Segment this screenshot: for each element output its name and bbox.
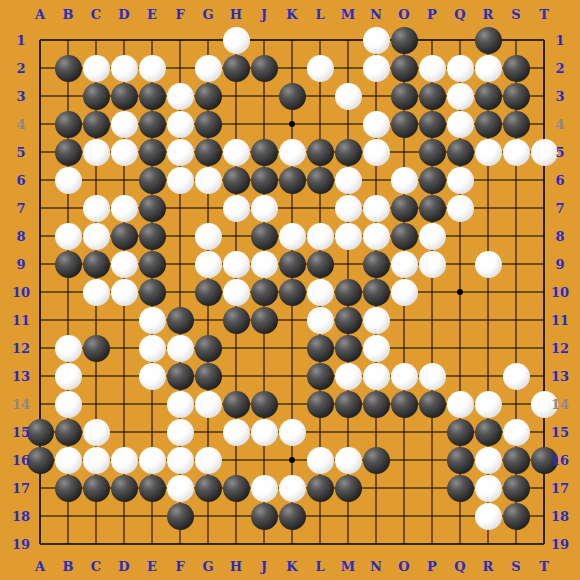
intersection-K11[interactable] xyxy=(278,306,306,334)
intersection-D4[interactable] xyxy=(110,110,138,138)
intersection-R17[interactable] xyxy=(474,474,502,502)
intersection-L8[interactable] xyxy=(306,222,334,250)
intersection-B16[interactable] xyxy=(54,446,82,474)
intersection-B9[interactable] xyxy=(54,250,82,278)
intersection-L5[interactable] xyxy=(306,138,334,166)
intersection-M3[interactable] xyxy=(334,82,362,110)
intersection-K19[interactable] xyxy=(278,530,306,558)
intersection-S16[interactable] xyxy=(502,446,530,474)
intersection-H7[interactable] xyxy=(222,194,250,222)
intersection-J10[interactable] xyxy=(250,278,278,306)
intersection-H15[interactable] xyxy=(222,418,250,446)
intersection-R18[interactable] xyxy=(474,502,502,530)
intersection-R6[interactable] xyxy=(474,166,502,194)
intersection-F7[interactable] xyxy=(166,194,194,222)
intersection-C4[interactable] xyxy=(82,110,110,138)
intersection-M12[interactable] xyxy=(334,334,362,362)
intersection-N12[interactable] xyxy=(362,334,390,362)
intersection-R2[interactable] xyxy=(474,54,502,82)
intersection-G2[interactable] xyxy=(194,54,222,82)
intersection-N1[interactable] xyxy=(362,26,390,54)
intersection-T5[interactable] xyxy=(530,138,558,166)
intersection-F8[interactable] xyxy=(166,222,194,250)
intersection-Q2[interactable] xyxy=(446,54,474,82)
intersection-A4[interactable] xyxy=(26,110,54,138)
intersection-L4[interactable] xyxy=(306,110,334,138)
intersection-E14[interactable] xyxy=(138,390,166,418)
intersection-E16[interactable] xyxy=(138,446,166,474)
intersection-S14[interactable] xyxy=(502,390,530,418)
intersection-T1[interactable] xyxy=(530,26,558,54)
intersection-Q6[interactable] xyxy=(446,166,474,194)
intersection-A8[interactable] xyxy=(26,222,54,250)
intersection-E8[interactable] xyxy=(138,222,166,250)
intersection-Q12[interactable] xyxy=(446,334,474,362)
intersection-O7[interactable] xyxy=(390,194,418,222)
intersection-S8[interactable] xyxy=(502,222,530,250)
intersection-R9[interactable] xyxy=(474,250,502,278)
intersection-B8[interactable] xyxy=(54,222,82,250)
intersection-D14[interactable] xyxy=(110,390,138,418)
intersection-B1[interactable] xyxy=(54,26,82,54)
intersection-P16[interactable] xyxy=(418,446,446,474)
intersection-G5[interactable] xyxy=(194,138,222,166)
intersection-P17[interactable] xyxy=(418,474,446,502)
intersection-M10[interactable] xyxy=(334,278,362,306)
intersection-D13[interactable] xyxy=(110,362,138,390)
intersection-S3[interactable] xyxy=(502,82,530,110)
intersection-K2[interactable] xyxy=(278,54,306,82)
intersection-C8[interactable] xyxy=(82,222,110,250)
intersection-J17[interactable] xyxy=(250,474,278,502)
intersection-R11[interactable] xyxy=(474,306,502,334)
intersection-K6[interactable] xyxy=(278,166,306,194)
intersection-N17[interactable] xyxy=(362,474,390,502)
intersection-N13[interactable] xyxy=(362,362,390,390)
intersection-M14[interactable] xyxy=(334,390,362,418)
intersection-K9[interactable] xyxy=(278,250,306,278)
intersection-K5[interactable] xyxy=(278,138,306,166)
intersection-F3[interactable] xyxy=(166,82,194,110)
intersection-O16[interactable] xyxy=(390,446,418,474)
intersection-A7[interactable] xyxy=(26,194,54,222)
intersection-G6[interactable] xyxy=(194,166,222,194)
intersection-A6[interactable] xyxy=(26,166,54,194)
intersection-O12[interactable] xyxy=(390,334,418,362)
intersection-H1[interactable] xyxy=(222,26,250,54)
intersection-P15[interactable] xyxy=(418,418,446,446)
intersection-H2[interactable] xyxy=(222,54,250,82)
intersection-K15[interactable] xyxy=(278,418,306,446)
intersection-Q18[interactable] xyxy=(446,502,474,530)
intersection-T8[interactable] xyxy=(530,222,558,250)
intersection-C5[interactable] xyxy=(82,138,110,166)
intersection-H19[interactable] xyxy=(222,530,250,558)
intersection-S7[interactable] xyxy=(502,194,530,222)
intersection-S11[interactable] xyxy=(502,306,530,334)
intersection-O13[interactable] xyxy=(390,362,418,390)
intersection-L6[interactable] xyxy=(306,166,334,194)
intersection-G13[interactable] xyxy=(194,362,222,390)
intersection-L17[interactable] xyxy=(306,474,334,502)
intersection-P7[interactable] xyxy=(418,194,446,222)
intersection-J16[interactable] xyxy=(250,446,278,474)
intersection-F16[interactable] xyxy=(166,446,194,474)
intersection-P1[interactable] xyxy=(418,26,446,54)
intersection-R3[interactable] xyxy=(474,82,502,110)
intersection-Q7[interactable] xyxy=(446,194,474,222)
intersection-P13[interactable] xyxy=(418,362,446,390)
intersection-H6[interactable] xyxy=(222,166,250,194)
intersection-S10[interactable] xyxy=(502,278,530,306)
intersection-F12[interactable] xyxy=(166,334,194,362)
intersection-K16[interactable] xyxy=(278,446,306,474)
intersection-O10[interactable] xyxy=(390,278,418,306)
intersection-D7[interactable] xyxy=(110,194,138,222)
intersection-J1[interactable] xyxy=(250,26,278,54)
intersection-O8[interactable] xyxy=(390,222,418,250)
intersection-D12[interactable] xyxy=(110,334,138,362)
intersection-J13[interactable] xyxy=(250,362,278,390)
intersection-N2[interactable] xyxy=(362,54,390,82)
intersection-A9[interactable] xyxy=(26,250,54,278)
intersection-C14[interactable] xyxy=(82,390,110,418)
intersection-D16[interactable] xyxy=(110,446,138,474)
intersection-C11[interactable] xyxy=(82,306,110,334)
intersection-S15[interactable] xyxy=(502,418,530,446)
intersection-L13[interactable] xyxy=(306,362,334,390)
intersection-O6[interactable] xyxy=(390,166,418,194)
intersection-C16[interactable] xyxy=(82,446,110,474)
intersection-R5[interactable] xyxy=(474,138,502,166)
intersection-S19[interactable] xyxy=(502,530,530,558)
intersection-E19[interactable] xyxy=(138,530,166,558)
intersection-K4[interactable] xyxy=(278,110,306,138)
intersection-H4[interactable] xyxy=(222,110,250,138)
intersection-L12[interactable] xyxy=(306,334,334,362)
intersection-F10[interactable] xyxy=(166,278,194,306)
intersection-J14[interactable] xyxy=(250,390,278,418)
intersection-S12[interactable] xyxy=(502,334,530,362)
intersection-Q9[interactable] xyxy=(446,250,474,278)
intersection-E6[interactable] xyxy=(138,166,166,194)
intersection-H14[interactable] xyxy=(222,390,250,418)
intersection-G16[interactable] xyxy=(194,446,222,474)
intersection-J9[interactable] xyxy=(250,250,278,278)
intersection-A18[interactable] xyxy=(26,502,54,530)
intersection-E5[interactable] xyxy=(138,138,166,166)
intersection-N9[interactable] xyxy=(362,250,390,278)
intersection-A2[interactable] xyxy=(26,54,54,82)
intersection-C6[interactable] xyxy=(82,166,110,194)
intersection-P6[interactable] xyxy=(418,166,446,194)
intersection-B6[interactable] xyxy=(54,166,82,194)
intersection-D2[interactable] xyxy=(110,54,138,82)
intersection-K3[interactable] xyxy=(278,82,306,110)
intersection-D5[interactable] xyxy=(110,138,138,166)
intersection-Q19[interactable] xyxy=(446,530,474,558)
intersection-A12[interactable] xyxy=(26,334,54,362)
intersection-Q14[interactable] xyxy=(446,390,474,418)
intersection-B10[interactable] xyxy=(54,278,82,306)
intersection-O2[interactable] xyxy=(390,54,418,82)
intersection-S17[interactable] xyxy=(502,474,530,502)
intersection-P5[interactable] xyxy=(418,138,446,166)
intersection-Q1[interactable] xyxy=(446,26,474,54)
intersection-B18[interactable] xyxy=(54,502,82,530)
intersection-P3[interactable] xyxy=(418,82,446,110)
intersection-J2[interactable] xyxy=(250,54,278,82)
intersection-L16[interactable] xyxy=(306,446,334,474)
intersection-G15[interactable] xyxy=(194,418,222,446)
intersection-N6[interactable] xyxy=(362,166,390,194)
intersection-F17[interactable] xyxy=(166,474,194,502)
intersection-M5[interactable] xyxy=(334,138,362,166)
intersection-P19[interactable] xyxy=(418,530,446,558)
intersection-H16[interactable] xyxy=(222,446,250,474)
intersection-B19[interactable] xyxy=(54,530,82,558)
intersection-O9[interactable] xyxy=(390,250,418,278)
intersection-N19[interactable] xyxy=(362,530,390,558)
intersection-T7[interactable] xyxy=(530,194,558,222)
intersection-H8[interactable] xyxy=(222,222,250,250)
intersection-P18[interactable] xyxy=(418,502,446,530)
intersection-N15[interactable] xyxy=(362,418,390,446)
intersection-D6[interactable] xyxy=(110,166,138,194)
intersection-R13[interactable] xyxy=(474,362,502,390)
intersection-R7[interactable] xyxy=(474,194,502,222)
intersection-R4[interactable] xyxy=(474,110,502,138)
intersection-E7[interactable] xyxy=(138,194,166,222)
intersection-G17[interactable] xyxy=(194,474,222,502)
intersection-H12[interactable] xyxy=(222,334,250,362)
intersection-F1[interactable] xyxy=(166,26,194,54)
intersection-C10[interactable] xyxy=(82,278,110,306)
intersection-L2[interactable] xyxy=(306,54,334,82)
intersection-F18[interactable] xyxy=(166,502,194,530)
intersection-N14[interactable] xyxy=(362,390,390,418)
intersection-O14[interactable] xyxy=(390,390,418,418)
intersection-R8[interactable] xyxy=(474,222,502,250)
intersection-G4[interactable] xyxy=(194,110,222,138)
intersection-A13[interactable] xyxy=(26,362,54,390)
intersection-M6[interactable] xyxy=(334,166,362,194)
intersection-K10[interactable] xyxy=(278,278,306,306)
intersection-O11[interactable] xyxy=(390,306,418,334)
intersection-A1[interactable] xyxy=(26,26,54,54)
intersection-M1[interactable] xyxy=(334,26,362,54)
intersection-D18[interactable] xyxy=(110,502,138,530)
intersection-R15[interactable] xyxy=(474,418,502,446)
intersection-E13[interactable] xyxy=(138,362,166,390)
intersection-S9[interactable] xyxy=(502,250,530,278)
intersection-H9[interactable] xyxy=(222,250,250,278)
intersection-D3[interactable] xyxy=(110,82,138,110)
intersection-R19[interactable] xyxy=(474,530,502,558)
intersection-F13[interactable] xyxy=(166,362,194,390)
intersection-O15[interactable] xyxy=(390,418,418,446)
intersection-G1[interactable] xyxy=(194,26,222,54)
intersection-G11[interactable] xyxy=(194,306,222,334)
intersection-L14[interactable] xyxy=(306,390,334,418)
intersection-F9[interactable] xyxy=(166,250,194,278)
intersection-Q10[interactable] xyxy=(446,278,474,306)
intersection-G8[interactable] xyxy=(194,222,222,250)
intersection-H10[interactable] xyxy=(222,278,250,306)
intersection-K8[interactable] xyxy=(278,222,306,250)
intersection-J12[interactable] xyxy=(250,334,278,362)
intersection-K13[interactable] xyxy=(278,362,306,390)
intersection-B7[interactable] xyxy=(54,194,82,222)
intersection-B3[interactable] xyxy=(54,82,82,110)
intersection-S18[interactable] xyxy=(502,502,530,530)
intersection-F11[interactable] xyxy=(166,306,194,334)
intersection-Q3[interactable] xyxy=(446,82,474,110)
intersection-F4[interactable] xyxy=(166,110,194,138)
intersection-J19[interactable] xyxy=(250,530,278,558)
intersection-A10[interactable] xyxy=(26,278,54,306)
intersection-C9[interactable] xyxy=(82,250,110,278)
intersection-M2[interactable] xyxy=(334,54,362,82)
intersection-F15[interactable] xyxy=(166,418,194,446)
intersection-N3[interactable] xyxy=(362,82,390,110)
intersection-M7[interactable] xyxy=(334,194,362,222)
intersection-R10[interactable] xyxy=(474,278,502,306)
intersection-P11[interactable] xyxy=(418,306,446,334)
intersection-T4[interactable] xyxy=(530,110,558,138)
intersection-P14[interactable] xyxy=(418,390,446,418)
intersection-O4[interactable] xyxy=(390,110,418,138)
intersection-C19[interactable] xyxy=(82,530,110,558)
intersection-M13[interactable] xyxy=(334,362,362,390)
intersection-L11[interactable] xyxy=(306,306,334,334)
intersection-N8[interactable] xyxy=(362,222,390,250)
intersection-H18[interactable] xyxy=(222,502,250,530)
intersection-L18[interactable] xyxy=(306,502,334,530)
intersection-G12[interactable] xyxy=(194,334,222,362)
intersection-M9[interactable] xyxy=(334,250,362,278)
intersection-S6[interactable] xyxy=(502,166,530,194)
intersection-C3[interactable] xyxy=(82,82,110,110)
intersection-A11[interactable] xyxy=(26,306,54,334)
intersection-D1[interactable] xyxy=(110,26,138,54)
intersection-F2[interactable] xyxy=(166,54,194,82)
intersection-C1[interactable] xyxy=(82,26,110,54)
intersection-B15[interactable] xyxy=(54,418,82,446)
intersection-S2[interactable] xyxy=(502,54,530,82)
intersection-L19[interactable] xyxy=(306,530,334,558)
intersection-P2[interactable] xyxy=(418,54,446,82)
intersection-P12[interactable] xyxy=(418,334,446,362)
intersection-L10[interactable] xyxy=(306,278,334,306)
intersection-G9[interactable] xyxy=(194,250,222,278)
intersection-D17[interactable] xyxy=(110,474,138,502)
intersection-K17[interactable] xyxy=(278,474,306,502)
intersection-F6[interactable] xyxy=(166,166,194,194)
intersection-J6[interactable] xyxy=(250,166,278,194)
intersection-Q15[interactable] xyxy=(446,418,474,446)
intersection-B11[interactable] xyxy=(54,306,82,334)
intersection-J15[interactable] xyxy=(250,418,278,446)
intersection-Q13[interactable] xyxy=(446,362,474,390)
intersection-E3[interactable] xyxy=(138,82,166,110)
intersection-N4[interactable] xyxy=(362,110,390,138)
intersection-D15[interactable] xyxy=(110,418,138,446)
intersection-T9[interactable] xyxy=(530,250,558,278)
intersection-E18[interactable] xyxy=(138,502,166,530)
intersection-H17[interactable] xyxy=(222,474,250,502)
intersection-B4[interactable] xyxy=(54,110,82,138)
intersection-C2[interactable] xyxy=(82,54,110,82)
intersection-B14[interactable] xyxy=(54,390,82,418)
intersection-Q17[interactable] xyxy=(446,474,474,502)
intersection-G19[interactable] xyxy=(194,530,222,558)
intersection-T3[interactable] xyxy=(530,82,558,110)
intersection-F14[interactable] xyxy=(166,390,194,418)
intersection-G3[interactable] xyxy=(194,82,222,110)
intersection-B17[interactable] xyxy=(54,474,82,502)
intersection-F5[interactable] xyxy=(166,138,194,166)
intersection-L7[interactable] xyxy=(306,194,334,222)
intersection-N10[interactable] xyxy=(362,278,390,306)
intersection-J11[interactable] xyxy=(250,306,278,334)
intersection-O5[interactable] xyxy=(390,138,418,166)
intersection-E15[interactable] xyxy=(138,418,166,446)
intersection-P8[interactable] xyxy=(418,222,446,250)
intersection-S1[interactable] xyxy=(502,26,530,54)
intersection-A5[interactable] xyxy=(26,138,54,166)
intersection-K12[interactable] xyxy=(278,334,306,362)
intersection-A14[interactable] xyxy=(26,390,54,418)
intersection-P9[interactable] xyxy=(418,250,446,278)
intersection-N5[interactable] xyxy=(362,138,390,166)
intersection-H13[interactable] xyxy=(222,362,250,390)
intersection-G18[interactable] xyxy=(194,502,222,530)
intersection-G7[interactable] xyxy=(194,194,222,222)
intersection-J3[interactable] xyxy=(250,82,278,110)
intersection-K18[interactable] xyxy=(278,502,306,530)
intersection-Q5[interactable] xyxy=(446,138,474,166)
intersection-C12[interactable] xyxy=(82,334,110,362)
intersection-E10[interactable] xyxy=(138,278,166,306)
intersection-R12[interactable] xyxy=(474,334,502,362)
intersection-E2[interactable] xyxy=(138,54,166,82)
intersection-B13[interactable] xyxy=(54,362,82,390)
intersection-E1[interactable] xyxy=(138,26,166,54)
intersection-A16[interactable] xyxy=(26,446,54,474)
intersection-P10[interactable] xyxy=(418,278,446,306)
intersection-N7[interactable] xyxy=(362,194,390,222)
intersection-Q4[interactable] xyxy=(446,110,474,138)
intersection-J5[interactable] xyxy=(250,138,278,166)
intersection-Q16[interactable] xyxy=(446,446,474,474)
intersection-E4[interactable] xyxy=(138,110,166,138)
intersection-M15[interactable] xyxy=(334,418,362,446)
intersection-M8[interactable] xyxy=(334,222,362,250)
intersection-K14[interactable] xyxy=(278,390,306,418)
intersection-O19[interactable] xyxy=(390,530,418,558)
intersection-S13[interactable] xyxy=(502,362,530,390)
intersection-B12[interactable] xyxy=(54,334,82,362)
intersection-B2[interactable] xyxy=(54,54,82,82)
intersection-L9[interactable] xyxy=(306,250,334,278)
intersection-M18[interactable] xyxy=(334,502,362,530)
intersection-D9[interactable] xyxy=(110,250,138,278)
intersection-L3[interactable] xyxy=(306,82,334,110)
intersection-E12[interactable] xyxy=(138,334,166,362)
intersection-Q11[interactable] xyxy=(446,306,474,334)
intersection-O3[interactable] xyxy=(390,82,418,110)
